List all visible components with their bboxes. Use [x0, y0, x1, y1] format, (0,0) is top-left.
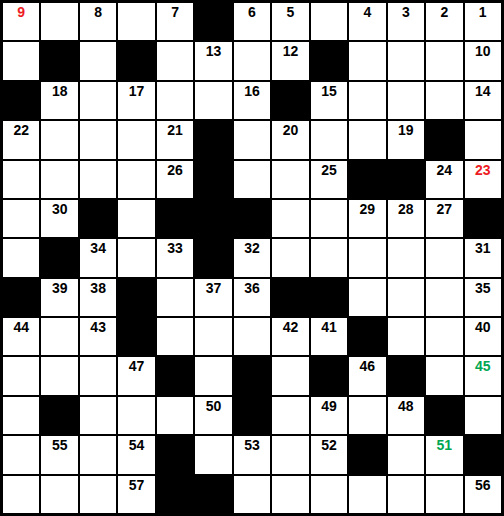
cell-r2c10[interactable]	[349, 42, 385, 79]
clue-number-51: 51	[426, 437, 462, 453]
cell-r10c13[interactable]: 45	[465, 357, 501, 394]
black-cell-r11c12	[426, 397, 462, 434]
clue-number-55: 55	[41, 437, 77, 453]
cell-r3c3[interactable]	[80, 82, 116, 119]
cell-r13c2[interactable]	[41, 476, 77, 513]
clue-number-18: 18	[41, 83, 77, 99]
clue-number-52: 52	[311, 437, 347, 453]
black-cell-r11c7	[234, 397, 270, 434]
cell-r9c9[interactable]: 41	[311, 318, 347, 355]
clue-number-54: 54	[118, 437, 154, 453]
clue-number-12: 12	[272, 43, 308, 59]
cell-r8c2[interactable]: 39	[41, 279, 77, 316]
clue-number-13: 13	[195, 43, 231, 59]
clue-number-31: 31	[465, 240, 501, 256]
clue-number-8: 8	[80, 4, 116, 20]
cell-r6c2[interactable]: 30	[41, 200, 77, 237]
clue-number-44: 44	[3, 319, 39, 335]
black-cell-r2c4	[118, 42, 154, 79]
cell-r11c4[interactable]	[118, 397, 154, 434]
clue-number-53: 53	[234, 437, 270, 453]
black-cell-r12c10	[349, 436, 385, 473]
black-cell-r8c9	[311, 279, 347, 316]
cell-r3c6[interactable]	[195, 82, 231, 119]
cell-r7c4[interactable]	[118, 239, 154, 276]
black-cell-r12c5	[157, 436, 193, 473]
clue-number-9: 9	[3, 4, 39, 20]
cell-r3c10[interactable]	[349, 82, 385, 119]
cell-r11c3[interactable]	[80, 397, 116, 434]
clue-number-32: 32	[234, 240, 270, 256]
cell-r9c6[interactable]	[195, 318, 231, 355]
black-cell-r3c1	[3, 82, 39, 119]
black-cell-r4c6	[195, 121, 231, 158]
clue-number-3: 3	[388, 4, 424, 20]
black-cell-r7c2	[41, 239, 77, 276]
cell-r13c11[interactable]	[388, 476, 424, 513]
cell-r1c1[interactable]: 9	[3, 3, 39, 40]
cell-r4c2[interactable]	[41, 121, 77, 158]
cell-r3c9[interactable]: 15	[311, 82, 347, 119]
cell-r1c4[interactable]	[118, 3, 154, 40]
clue-number-35: 35	[465, 280, 501, 296]
cell-r1c8[interactable]: 5	[272, 3, 308, 40]
black-cell-r5c11	[388, 161, 424, 198]
cell-r9c13[interactable]: 40	[465, 318, 501, 355]
cell-r4c5[interactable]: 21	[157, 121, 193, 158]
clue-number-28: 28	[388, 201, 424, 217]
cell-r9c8[interactable]: 42	[272, 318, 308, 355]
clue-number-7: 7	[157, 4, 193, 20]
clue-number-42: 42	[272, 319, 308, 335]
clue-number-30: 30	[41, 201, 77, 217]
black-cell-r1c6	[195, 3, 231, 40]
black-cell-r6c6	[195, 200, 231, 237]
black-cell-r6c5	[157, 200, 193, 237]
cell-r9c2[interactable]	[41, 318, 77, 355]
cell-r12c6[interactable]	[195, 436, 231, 473]
black-cell-r9c4	[118, 318, 154, 355]
black-cell-r8c8	[272, 279, 308, 316]
cell-r1c9[interactable]	[311, 3, 347, 40]
cell-r12c9[interactable]: 52	[311, 436, 347, 473]
black-cell-r13c6	[195, 476, 231, 513]
cell-r6c12[interactable]: 27	[426, 200, 462, 237]
cell-r3c13[interactable]: 14	[465, 82, 501, 119]
black-cell-r6c3	[80, 200, 116, 237]
cell-r6c11[interactable]: 28	[388, 200, 424, 237]
cell-r11c10[interactable]	[349, 397, 385, 434]
cell-r12c8[interactable]	[272, 436, 308, 473]
cell-r7c1[interactable]	[3, 239, 39, 276]
black-cell-r2c9	[311, 42, 347, 79]
cell-r10c3[interactable]	[80, 357, 116, 394]
cell-r1c13[interactable]: 1	[465, 3, 501, 40]
clue-number-33: 33	[157, 240, 193, 256]
cell-r10c4[interactable]: 47	[118, 357, 154, 394]
cell-r5c3[interactable]	[80, 161, 116, 198]
cell-r9c11[interactable]	[388, 318, 424, 355]
cell-r5c5[interactable]: 26	[157, 161, 193, 198]
black-cell-r10c7	[234, 357, 270, 394]
cell-r11c6[interactable]: 50	[195, 397, 231, 434]
black-cell-r10c11	[388, 357, 424, 394]
cell-r9c1[interactable]: 44	[3, 318, 39, 355]
cell-r13c1[interactable]	[3, 476, 39, 513]
black-cell-r2c2	[41, 42, 77, 79]
cell-r5c7[interactable]	[234, 161, 270, 198]
cell-r9c12[interactable]	[426, 318, 462, 355]
cell-r10c6[interactable]	[195, 357, 231, 394]
clue-number-21: 21	[157, 122, 193, 138]
clue-number-22: 22	[3, 122, 39, 138]
clue-number-17: 17	[118, 83, 154, 99]
cell-r2c11[interactable]	[388, 42, 424, 79]
cell-r4c1[interactable]: 22	[3, 121, 39, 158]
cell-r11c13[interactable]	[465, 397, 501, 434]
cell-r5c12[interactable]: 24	[426, 161, 462, 198]
clue-number-38: 38	[80, 280, 116, 296]
cell-r2c6[interactable]: 13	[195, 42, 231, 79]
clue-number-29: 29	[349, 201, 385, 217]
cell-r2c1[interactable]	[3, 42, 39, 79]
clue-number-45: 45	[465, 358, 501, 374]
cell-r1c10[interactable]: 4	[349, 3, 385, 40]
clue-number-50: 50	[195, 398, 231, 414]
cell-r8c11[interactable]	[388, 279, 424, 316]
cell-r8c6[interactable]: 37	[195, 279, 231, 316]
cell-r4c10[interactable]	[349, 121, 385, 158]
clue-number-34: 34	[80, 240, 116, 256]
cell-r12c1[interactable]	[3, 436, 39, 473]
cell-r2c5[interactable]	[157, 42, 193, 79]
clue-number-4: 4	[349, 4, 385, 20]
cell-r6c10[interactable]: 29	[349, 200, 385, 237]
cell-r6c8[interactable]	[272, 200, 308, 237]
cell-r7c7[interactable]: 32	[234, 239, 270, 276]
cell-r7c10[interactable]	[349, 239, 385, 276]
black-cell-r6c7	[234, 200, 270, 237]
black-cell-r8c4	[118, 279, 154, 316]
cell-r7c9[interactable]	[311, 239, 347, 276]
clue-number-14: 14	[465, 83, 501, 99]
black-cell-r10c5	[157, 357, 193, 394]
cell-r3c12[interactable]	[426, 82, 462, 119]
cell-r10c8[interactable]	[272, 357, 308, 394]
clue-number-24: 24	[426, 162, 462, 178]
cell-r2c7[interactable]	[234, 42, 270, 79]
cell-r12c2[interactable]: 55	[41, 436, 77, 473]
cell-r13c3[interactable]	[80, 476, 116, 513]
cell-r5c8[interactable]	[272, 161, 308, 198]
cell-r4c11[interactable]: 19	[388, 121, 424, 158]
cell-r4c9[interactable]	[311, 121, 347, 158]
cell-r1c5[interactable]: 7	[157, 3, 193, 40]
cell-r2c12[interactable]	[426, 42, 462, 79]
cell-r12c11[interactable]	[388, 436, 424, 473]
black-cell-r11c2	[41, 397, 77, 434]
cell-r7c13[interactable]: 31	[465, 239, 501, 276]
cell-r10c2[interactable]	[41, 357, 77, 394]
cell-r5c4[interactable]	[118, 161, 154, 198]
cell-r6c9[interactable]	[311, 200, 347, 237]
clue-number-57: 57	[118, 477, 154, 493]
cell-r13c7[interactable]	[234, 476, 270, 513]
cell-r1c11[interactable]: 3	[388, 3, 424, 40]
cell-r8c3[interactable]: 38	[80, 279, 116, 316]
cell-r13c8[interactable]	[272, 476, 308, 513]
cell-r9c3[interactable]: 43	[80, 318, 116, 355]
cell-r5c13[interactable]: 23	[465, 161, 501, 198]
clue-number-47: 47	[118, 358, 154, 374]
cell-r13c10[interactable]	[349, 476, 385, 513]
cell-r13c9[interactable]	[311, 476, 347, 513]
cell-r3c7[interactable]: 16	[234, 82, 270, 119]
black-cell-r8c1	[3, 279, 39, 316]
cell-r11c1[interactable]	[3, 397, 39, 434]
cell-r9c5[interactable]	[157, 318, 193, 355]
cell-r8c12[interactable]	[426, 279, 462, 316]
cell-r5c2[interactable]	[41, 161, 77, 198]
clue-number-20: 20	[272, 122, 308, 138]
cell-r8c7[interactable]: 36	[234, 279, 270, 316]
cell-r10c12[interactable]	[426, 357, 462, 394]
cell-r11c8[interactable]	[272, 397, 308, 434]
clue-number-48: 48	[388, 398, 424, 414]
cell-r4c8[interactable]: 20	[272, 121, 308, 158]
cell-r10c10[interactable]: 46	[349, 357, 385, 394]
cell-r8c5[interactable]	[157, 279, 193, 316]
cell-r13c12[interactable]	[426, 476, 462, 513]
black-cell-r12c13	[465, 436, 501, 473]
cell-r3c4[interactable]: 17	[118, 82, 154, 119]
cell-r3c2[interactable]: 18	[41, 82, 77, 119]
cell-r12c7[interactable]: 53	[234, 436, 270, 473]
cell-r12c12[interactable]: 51	[426, 436, 462, 473]
black-cell-r7c6	[195, 239, 231, 276]
cell-r3c11[interactable]	[388, 82, 424, 119]
cell-r10c1[interactable]	[3, 357, 39, 394]
cell-r4c7[interactable]	[234, 121, 270, 158]
cell-r2c13[interactable]: 10	[465, 42, 501, 79]
clue-number-16: 16	[234, 83, 270, 99]
cell-r7c11[interactable]	[388, 239, 424, 276]
clue-number-25: 25	[311, 162, 347, 178]
cell-r6c1[interactable]	[3, 200, 39, 237]
black-cell-r3c8	[272, 82, 308, 119]
black-cell-r9c10	[349, 318, 385, 355]
cell-r12c4[interactable]: 54	[118, 436, 154, 473]
clue-number-40: 40	[465, 319, 501, 335]
black-cell-r4c12	[426, 121, 462, 158]
cell-r8c13[interactable]: 35	[465, 279, 501, 316]
cell-r3c5[interactable]	[157, 82, 193, 119]
clue-number-2: 2	[426, 4, 462, 20]
clue-number-27: 27	[426, 201, 462, 217]
black-cell-r5c10	[349, 161, 385, 198]
black-cell-r5c6	[195, 161, 231, 198]
clue-number-39: 39	[41, 280, 77, 296]
cell-r11c11[interactable]: 48	[388, 397, 424, 434]
clue-number-5: 5	[272, 4, 308, 20]
clue-number-56: 56	[465, 477, 501, 493]
cell-r4c3[interactable]	[80, 121, 116, 158]
cell-r7c8[interactable]	[272, 239, 308, 276]
cell-r9c7[interactable]	[234, 318, 270, 355]
cell-r4c13[interactable]	[465, 121, 501, 158]
clue-number-23: 23	[465, 162, 501, 178]
cell-r7c5[interactable]: 33	[157, 239, 193, 276]
cell-r11c5[interactable]	[157, 397, 193, 434]
clue-number-37: 37	[195, 280, 231, 296]
cell-r13c13[interactable]: 56	[465, 476, 501, 513]
cell-r6c4[interactable]	[118, 200, 154, 237]
cell-r1c2[interactable]	[41, 3, 77, 40]
cell-r4c4[interactable]	[118, 121, 154, 158]
clue-number-49: 49	[311, 398, 347, 414]
clue-number-43: 43	[80, 319, 116, 335]
crossword-board: 9876543211312101817161514222120192625242…	[0, 0, 504, 516]
cell-r2c8[interactable]: 12	[272, 42, 308, 79]
cell-r8c10[interactable]	[349, 279, 385, 316]
clue-number-15: 15	[311, 83, 347, 99]
clue-number-36: 36	[234, 280, 270, 296]
clue-number-46: 46	[349, 358, 385, 374]
clue-number-19: 19	[388, 122, 424, 138]
cell-r5c9[interactable]: 25	[311, 161, 347, 198]
cell-r13c4[interactable]: 57	[118, 476, 154, 513]
clue-number-41: 41	[311, 319, 347, 335]
clue-number-10: 10	[465, 43, 501, 59]
clue-number-26: 26	[157, 162, 193, 178]
clue-number-6: 6	[234, 4, 270, 20]
cell-r7c12[interactable]	[426, 239, 462, 276]
cell-r1c7[interactable]: 6	[234, 3, 270, 40]
clue-number-1: 1	[465, 4, 501, 20]
cell-r2c3[interactable]	[80, 42, 116, 79]
cell-r1c12[interactable]: 2	[426, 3, 462, 40]
black-cell-r13c5	[157, 476, 193, 513]
cell-r7c3[interactable]: 34	[80, 239, 116, 276]
cell-r1c3[interactable]: 8	[80, 3, 116, 40]
black-cell-r10c9	[311, 357, 347, 394]
cell-r5c1[interactable]	[3, 161, 39, 198]
black-cell-r6c13	[465, 200, 501, 237]
cell-r11c9[interactable]: 49	[311, 397, 347, 434]
cell-r12c3[interactable]	[80, 436, 116, 473]
